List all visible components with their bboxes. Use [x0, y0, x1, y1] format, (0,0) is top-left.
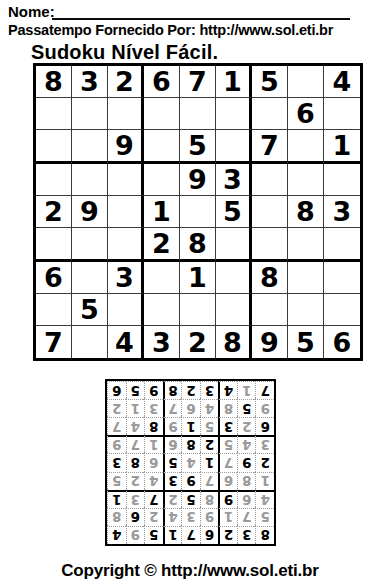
solution-cell-r3c4: 8 [200, 490, 219, 508]
puzzle-cell-r6c4: 2 [144, 228, 180, 262]
puzzle-cell-r9c9: 6 [324, 326, 360, 358]
solution-cell-r3c5: 5 [181, 490, 200, 508]
puzzle-cell-r8c6[interactable] [216, 294, 252, 326]
solution-cell-r2c5: 3 [181, 508, 200, 526]
solution-cell-r7c2: 2 [237, 417, 256, 435]
solution-cell-r8c8: 1 [126, 399, 145, 417]
puzzle-cell-r5c3[interactable] [108, 196, 144, 228]
puzzle-cell-r7c8[interactable] [288, 262, 324, 294]
puzzle-cell-r9c5: 2 [180, 326, 216, 358]
solution-cell-r4c9: 5 [107, 472, 126, 490]
solution-cell-r4c3: 6 [218, 472, 237, 490]
solution-cell-r2c3: 1 [218, 508, 237, 526]
puzzle-cell-r1c8[interactable] [288, 66, 324, 98]
puzzle-cell-r7c2[interactable] [72, 262, 108, 294]
sudoku-solution-grid-upside-down: 8326715945719342684698527311867934252971… [105, 379, 276, 546]
solution-cell-r5c6: 5 [163, 453, 182, 471]
puzzle-cell-r4c3[interactable] [108, 164, 144, 196]
name-fill-line[interactable] [52, 1, 350, 20]
solution-cell-r9c9: 6 [107, 381, 126, 399]
puzzle-cell-r4c5: 9 [180, 164, 216, 196]
solution-cell-r7c8: 4 [126, 417, 145, 435]
puzzle-cell-r3c7: 7 [252, 130, 288, 164]
solution-cell-r7c4: 5 [200, 417, 219, 435]
puzzle-cell-r5c4: 1 [144, 196, 180, 228]
puzzle-cell-r7c5: 1 [180, 262, 216, 294]
solution-cell-r4c1: 1 [255, 472, 274, 490]
solution-cell-r9c6: 8 [163, 381, 182, 399]
puzzle-cell-r2c3[interactable] [108, 98, 144, 130]
solution-cell-r5c8: 8 [126, 453, 145, 471]
puzzle-cell-r2c2[interactable] [72, 98, 108, 130]
solution-cell-r5c7: 6 [144, 453, 163, 471]
puzzle-cell-r3c9: 1 [324, 130, 360, 164]
solution-cell-r6c2: 4 [237, 435, 256, 453]
puzzle-cell-r3c4[interactable] [144, 130, 180, 164]
solution-cell-r4c4: 7 [200, 472, 219, 490]
puzzle-cell-r5c7[interactable] [252, 196, 288, 228]
puzzle-cell-r2c4[interactable] [144, 98, 180, 130]
solution-cell-r8c9: 2 [107, 399, 126, 417]
solution-cell-r5c1: 2 [255, 453, 274, 471]
puzzle-cell-r8c9[interactable] [324, 294, 360, 326]
solution-cell-r5c2: 9 [237, 453, 256, 471]
puzzle-cell-r1c4: 6 [144, 66, 180, 98]
worksheet-page: Nome: Passatempo Fornecido Por: http://w… [0, 0, 380, 585]
solution-cell-r5c3: 7 [218, 453, 237, 471]
solution-cell-r1c4: 6 [200, 526, 219, 544]
solution-cell-r4c6: 3 [163, 472, 182, 490]
solution-cell-r4c8: 2 [126, 472, 145, 490]
puzzle-cell-r9c7: 9 [252, 326, 288, 358]
solution-cell-r1c7: 5 [144, 526, 163, 544]
puzzle-cell-r2c9[interactable] [324, 98, 360, 130]
name-label: Nome: [8, 3, 55, 20]
puzzle-cell-r9c4: 3 [144, 326, 180, 358]
solution-cell-r7c7: 8 [144, 417, 163, 435]
page-title: Sudoku Nível Fácil. [31, 41, 218, 64]
puzzle-cell-r8c5[interactable] [180, 294, 216, 326]
solution-cell-r4c7: 4 [144, 472, 163, 490]
puzzle-cell-r5c1: 2 [36, 196, 72, 228]
solution-cell-r9c7: 9 [144, 381, 163, 399]
puzzle-cell-r5c8: 8 [288, 196, 324, 228]
puzzle-cell-r1c7: 5 [252, 66, 288, 98]
puzzle-cell-r7c6[interactable] [216, 262, 252, 294]
solution-cell-r6c1: 3 [255, 435, 274, 453]
puzzle-cell-r3c2[interactable] [72, 130, 108, 164]
puzzle-cell-r5c6: 5 [216, 196, 252, 228]
puzzle-cell-r9c8: 5 [288, 326, 324, 358]
puzzle-cell-r8c8[interactable] [288, 294, 324, 326]
solution-cell-r2c9: 8 [107, 508, 126, 526]
puzzle-cell-r5c2: 9 [72, 196, 108, 228]
puzzle-cell-r6c8[interactable] [288, 228, 324, 262]
solution-cell-r5c4: 1 [200, 453, 219, 471]
puzzle-cell-r7c7: 8 [252, 262, 288, 294]
solution-cell-r9c2: 1 [237, 381, 256, 399]
solution-cell-r2c1: 5 [255, 508, 274, 526]
puzzle-cell-r1c3: 2 [108, 66, 144, 98]
puzzle-cell-r7c4[interactable] [144, 262, 180, 294]
solution-cell-r7c9: 7 [107, 417, 126, 435]
puzzle-cell-r3c1[interactable] [36, 130, 72, 164]
solution-cell-r1c1: 8 [255, 526, 274, 544]
solution-cell-r2c2: 7 [237, 508, 256, 526]
puzzle-cell-r6c7[interactable] [252, 228, 288, 262]
puzzle-cell-r4c4[interactable] [144, 164, 180, 196]
solution-cell-r5c9: 3 [107, 453, 126, 471]
solution-cell-r3c7: 7 [144, 490, 163, 508]
puzzle-cell-r8c2: 5 [72, 294, 108, 326]
puzzle-cell-r4c6: 3 [216, 164, 252, 196]
puzzle-cell-r2c8: 6 [288, 98, 324, 130]
puzzle-cell-r4c1[interactable] [36, 164, 72, 196]
puzzle-cell-r1c9: 4 [324, 66, 360, 98]
solution-cell-r3c8: 3 [126, 490, 145, 508]
puzzle-cell-r7c9[interactable] [324, 262, 360, 294]
solution-cell-r8c2: 5 [237, 399, 256, 417]
puzzle-cell-r3c5: 5 [180, 130, 216, 164]
solution-cell-r3c1: 4 [255, 490, 274, 508]
puzzle-cell-r9c1: 7 [36, 326, 72, 358]
puzzle-cell-r3c8[interactable] [288, 130, 324, 164]
solution-cell-r6c8: 7 [126, 435, 145, 453]
puzzle-cell-r8c7[interactable] [252, 294, 288, 326]
solution-cell-r2c6: 4 [163, 508, 182, 526]
solution-cell-r6c5: 8 [181, 435, 200, 453]
puzzle-cell-r6c2[interactable] [72, 228, 108, 262]
provided-by-text: Passatempo Fornecido Por: http://www.sol… [8, 22, 333, 38]
solution-cell-r1c6: 1 [163, 526, 182, 544]
solution-cell-r1c2: 3 [237, 526, 256, 544]
solution-cell-r8c5: 6 [181, 399, 200, 417]
solution-cell-r8c7: 3 [144, 399, 163, 417]
solution-cell-r6c6: 6 [163, 435, 182, 453]
solution-cell-r1c3: 2 [218, 526, 237, 544]
puzzle-cell-r4c9[interactable] [324, 164, 360, 196]
solution-cell-r1c5: 7 [181, 526, 200, 544]
solution-cell-r3c6: 2 [163, 490, 182, 508]
copyright-text: Copyright © http://www.sol.eti.br [0, 561, 380, 581]
puzzle-cell-r4c7[interactable] [252, 164, 288, 196]
solution-cell-r4c2: 8 [237, 472, 256, 490]
puzzle-cell-r2c5[interactable] [180, 98, 216, 130]
puzzle-cell-r6c5: 8 [180, 228, 216, 262]
puzzle-cell-r6c1[interactable] [36, 228, 72, 262]
puzzle-cell-r8c3[interactable] [108, 294, 144, 326]
puzzle-cell-r6c6[interactable] [216, 228, 252, 262]
puzzle-cell-r3c3: 9 [108, 130, 144, 164]
solution-cell-r6c4: 2 [200, 435, 219, 453]
puzzle-cell-r2c1[interactable] [36, 98, 72, 130]
puzzle-cell-r6c3[interactable] [108, 228, 144, 262]
solution-cell-r8c1: 9 [255, 399, 274, 417]
solution-cell-r4c5: 9 [181, 472, 200, 490]
puzzle-cell-r9c2[interactable] [72, 326, 108, 358]
solution-cell-r7c5: 1 [181, 417, 200, 435]
puzzle-cell-r2c6[interactable] [216, 98, 252, 130]
puzzle-cell-r6c9[interactable] [324, 228, 360, 262]
solution-cell-r8c3: 8 [218, 399, 237, 417]
solution-cell-r9c4: 3 [200, 381, 219, 399]
puzzle-cell-r7c1: 6 [36, 262, 72, 294]
solution-cell-r6c3: 5 [218, 435, 237, 453]
solution-cell-r9c1: 7 [255, 381, 274, 399]
solution-cell-r2c8: 6 [126, 508, 145, 526]
solution-cell-r6c7: 1 [144, 435, 163, 453]
puzzle-cell-r8c1[interactable] [36, 294, 72, 326]
puzzle-cell-r4c2[interactable] [72, 164, 108, 196]
puzzle-cell-r9c3: 4 [108, 326, 144, 358]
puzzle-cell-r3c6[interactable] [216, 130, 252, 164]
puzzle-cell-r1c2: 3 [72, 66, 108, 98]
puzzle-cell-r9c6: 8 [216, 326, 252, 358]
puzzle-cell-r4c8[interactable] [288, 164, 324, 196]
solution-cell-r9c5: 2 [181, 381, 200, 399]
solution-cell-r3c3: 9 [218, 490, 237, 508]
puzzle-cell-r2c7[interactable] [252, 98, 288, 130]
solution-cell-r1c8: 9 [126, 526, 145, 544]
solution-cell-r9c3: 4 [218, 381, 237, 399]
solution-cell-r7c6: 9 [163, 417, 182, 435]
puzzle-cell-r5c5[interactable] [180, 196, 216, 228]
puzzle-cell-r1c6: 1 [216, 66, 252, 98]
puzzle-cell-r5c9: 3 [324, 196, 360, 228]
solution-cell-r8c4: 4 [200, 399, 219, 417]
solution-cell-r5c5: 4 [181, 453, 200, 471]
puzzle-cell-r7c3: 3 [108, 262, 144, 294]
sudoku-puzzle-grid: 832671546957193291583286318574328956 [33, 63, 363, 361]
solution-cell-r8c6: 7 [163, 399, 182, 417]
solution-cell-r9c8: 5 [126, 381, 145, 399]
solution-cell-r7c3: 3 [218, 417, 237, 435]
puzzle-cell-r1c5: 7 [180, 66, 216, 98]
solution-cell-r3c2: 6 [237, 490, 256, 508]
solution-cell-r7c1: 6 [255, 417, 274, 435]
solution-cell-r2c7: 2 [144, 508, 163, 526]
solution-cell-r1c9: 4 [107, 526, 126, 544]
puzzle-cell-r1c1: 8 [36, 66, 72, 98]
solution-cell-r3c9: 1 [107, 490, 126, 508]
solution-cell-r2c4: 9 [200, 508, 219, 526]
puzzle-cell-r8c4[interactable] [144, 294, 180, 326]
solution-cell-r6c9: 9 [107, 435, 126, 453]
